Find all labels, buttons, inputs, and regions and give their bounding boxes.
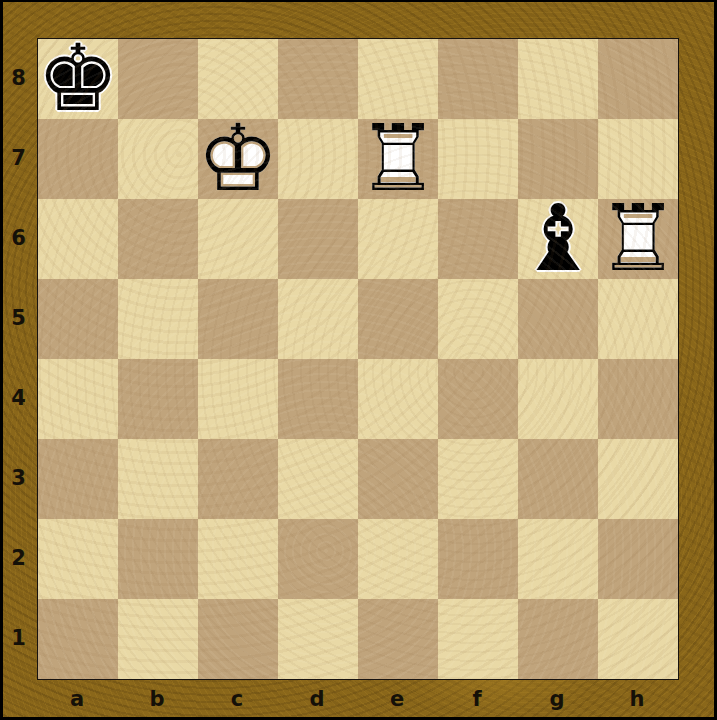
white-rook-h6[interactable]: ♜♖ [598, 199, 678, 279]
file-label-g: g [517, 680, 597, 717]
rank-label-3: 3 [0, 438, 37, 518]
square-c2[interactable] [198, 519, 278, 599]
square-f3[interactable] [438, 439, 518, 519]
piece-glyph-fill: ♝ [518, 199, 598, 279]
square-e1[interactable] [358, 599, 438, 679]
square-d5[interactable] [278, 279, 358, 359]
square-a8[interactable]: ♚ [38, 39, 118, 119]
square-e7[interactable]: ♜♖ [358, 119, 438, 199]
square-a7[interactable] [38, 119, 118, 199]
square-h1[interactable] [598, 599, 678, 679]
rank-label-4: 4 [0, 358, 37, 438]
square-f8[interactable] [438, 39, 518, 119]
file-label-d: d [277, 680, 357, 717]
chessboard-window: 87654321 abcdefgh ♚♚♔♜♖♝♜♖ [0, 0, 717, 720]
square-d3[interactable] [278, 439, 358, 519]
square-g5[interactable] [518, 279, 598, 359]
square-f4[interactable] [438, 359, 518, 439]
black-king-a8[interactable]: ♚ [38, 39, 118, 119]
square-a5[interactable] [38, 279, 118, 359]
rank-label-2: 2 [0, 518, 37, 598]
rank-label-6: 6 [0, 198, 37, 278]
square-d8[interactable] [278, 39, 358, 119]
file-label-e: e [357, 680, 437, 717]
rank-label-8: 8 [0, 38, 37, 118]
square-b7[interactable] [118, 119, 198, 199]
square-b8[interactable] [118, 39, 198, 119]
square-g3[interactable] [518, 439, 598, 519]
square-c3[interactable] [198, 439, 278, 519]
square-f1[interactable] [438, 599, 518, 679]
square-d1[interactable] [278, 599, 358, 679]
square-g2[interactable] [518, 519, 598, 599]
square-c4[interactable] [198, 359, 278, 439]
square-d6[interactable] [278, 199, 358, 279]
white-rook-e7[interactable]: ♜♖ [358, 119, 438, 199]
board: ♚♚♔♜♖♝♜♖ [37, 38, 679, 680]
square-b5[interactable] [118, 279, 198, 359]
square-c7[interactable]: ♚♔ [198, 119, 278, 199]
square-c1[interactable] [198, 599, 278, 679]
rank-labels: 87654321 [0, 38, 37, 678]
rank-label-1: 1 [0, 598, 37, 678]
square-d4[interactable] [278, 359, 358, 439]
square-h3[interactable] [598, 439, 678, 519]
square-b3[interactable] [118, 439, 198, 519]
piece-glyph-fill: ♚ [38, 39, 118, 119]
file-label-f: f [437, 680, 517, 717]
black-bishop-g6[interactable]: ♝ [518, 199, 598, 279]
square-h6[interactable]: ♜♖ [598, 199, 678, 279]
square-b2[interactable] [118, 519, 198, 599]
white-king-c7[interactable]: ♚♔ [198, 119, 278, 199]
square-a6[interactable] [38, 199, 118, 279]
file-label-a: a [37, 680, 117, 717]
square-a3[interactable] [38, 439, 118, 519]
square-c5[interactable] [198, 279, 278, 359]
file-labels: abcdefgh [37, 680, 679, 717]
file-label-c: c [197, 680, 277, 717]
square-f5[interactable] [438, 279, 518, 359]
square-g6[interactable]: ♝ [518, 199, 598, 279]
square-b6[interactable] [118, 199, 198, 279]
piece-glyph-outline: ♖ [598, 199, 678, 279]
square-a2[interactable] [38, 519, 118, 599]
square-e4[interactable] [358, 359, 438, 439]
piece-glyph-outline: ♖ [358, 119, 438, 199]
square-a4[interactable] [38, 359, 118, 439]
rank-label-5: 5 [0, 278, 37, 358]
square-f6[interactable] [438, 199, 518, 279]
square-h4[interactable] [598, 359, 678, 439]
square-a1[interactable] [38, 599, 118, 679]
square-b4[interactable] [118, 359, 198, 439]
square-g1[interactable] [518, 599, 598, 679]
square-e5[interactable] [358, 279, 438, 359]
square-e2[interactable] [358, 519, 438, 599]
square-f2[interactable] [438, 519, 518, 599]
square-e6[interactable] [358, 199, 438, 279]
square-f7[interactable] [438, 119, 518, 199]
square-c6[interactable] [198, 199, 278, 279]
square-d2[interactable] [278, 519, 358, 599]
square-h5[interactable] [598, 279, 678, 359]
square-b1[interactable] [118, 599, 198, 679]
square-h2[interactable] [598, 519, 678, 599]
piece-glyph-outline: ♔ [198, 119, 278, 199]
square-d7[interactable] [278, 119, 358, 199]
file-label-b: b [117, 680, 197, 717]
square-e3[interactable] [358, 439, 438, 519]
rank-label-7: 7 [0, 118, 37, 198]
file-label-h: h [597, 680, 677, 717]
square-h8[interactable] [598, 39, 678, 119]
square-g8[interactable] [518, 39, 598, 119]
square-g4[interactable] [518, 359, 598, 439]
